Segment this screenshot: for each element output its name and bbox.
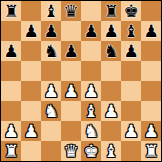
square-e5[interactable] [81,61,101,81]
square-e3[interactable]: ♝ [81,101,101,121]
square-b2[interactable]: ♟ [21,121,41,141]
black-bishop[interactable]: ♝ [43,3,58,20]
white-knight[interactable]: ♞ [83,123,98,140]
square-h3[interactable] [141,101,161,121]
square-f8[interactable]: ♜ [101,1,121,21]
black-pawn[interactable]: ♟ [103,23,118,40]
black-pawn[interactable]: ♟ [3,43,18,60]
square-b6[interactable] [21,41,41,61]
square-a3[interactable] [1,101,21,121]
chess-board: ♜♝♛♜♚♟♟♟♟♝♟♟♞♟♞♟♟♟♟♞♝♟♟♟♞♟♟♜♛♚♝♜ [0,0,162,162]
white-pawn[interactable]: ♟ [3,123,18,140]
square-a5[interactable] [1,61,21,81]
square-h1[interactable]: ♜ [141,141,161,161]
square-g5[interactable] [121,61,141,81]
black-pawn[interactable]: ♟ [63,43,78,60]
white-pawn[interactable]: ♟ [43,83,58,100]
white-knight[interactable]: ♞ [43,103,58,120]
square-d4[interactable]: ♟ [61,81,81,101]
square-g4[interactable] [121,81,141,101]
square-g6[interactable]: ♟ [121,41,141,61]
square-g8[interactable]: ♚ [121,1,141,21]
square-g3[interactable] [121,101,141,121]
square-e8[interactable] [81,1,101,21]
square-g2[interactable]: ♟ [121,121,141,141]
square-f2[interactable] [101,121,121,141]
square-h5[interactable] [141,61,161,81]
white-pawn[interactable]: ♟ [23,123,38,140]
white-queen[interactable]: ♛ [63,143,78,160]
square-d7[interactable] [61,21,81,41]
square-c8[interactable]: ♝ [41,1,61,21]
black-rook[interactable]: ♜ [103,3,118,20]
square-e6[interactable] [81,41,101,61]
square-b8[interactable] [21,1,41,21]
square-a6[interactable]: ♟ [1,41,21,61]
square-a2[interactable]: ♟ [1,121,21,141]
square-d6[interactable]: ♟ [61,41,81,61]
square-b1[interactable] [21,141,41,161]
square-a7[interactable] [1,21,21,41]
white-pawn[interactable]: ♟ [123,123,138,140]
white-pawn[interactable]: ♟ [103,103,118,120]
black-pawn[interactable]: ♟ [123,43,138,60]
white-rook[interactable]: ♜ [143,143,158,160]
square-d8[interactable]: ♛ [61,1,81,21]
white-pawn[interactable]: ♟ [63,83,78,100]
square-h6[interactable] [141,41,161,61]
square-f3[interactable]: ♟ [101,101,121,121]
black-pawn[interactable]: ♟ [23,23,38,40]
square-h4[interactable] [141,81,161,101]
square-c4[interactable]: ♟ [41,81,61,101]
square-e2[interactable]: ♞ [81,121,101,141]
square-f7[interactable]: ♟ [101,21,121,41]
square-c7[interactable]: ♟ [41,21,61,41]
white-pawn[interactable]: ♟ [83,83,98,100]
square-b7[interactable]: ♟ [21,21,41,41]
square-h7[interactable]: ♟ [141,21,161,41]
square-d2[interactable] [61,121,81,141]
square-h8[interactable] [141,1,161,21]
square-a4[interactable] [1,81,21,101]
square-c5[interactable] [41,61,61,81]
square-a1[interactable]: ♜ [1,141,21,161]
white-bishop[interactable]: ♝ [83,103,98,120]
square-f4[interactable] [101,81,121,101]
black-king[interactable]: ♚ [123,3,138,20]
black-bishop[interactable]: ♝ [123,23,138,40]
square-d3[interactable] [61,101,81,121]
square-d5[interactable] [61,61,81,81]
white-pawn[interactable]: ♟ [143,123,158,140]
square-f5[interactable] [101,61,121,81]
square-f1[interactable]: ♝ [101,141,121,161]
square-c1[interactable] [41,141,61,161]
white-king[interactable]: ♚ [83,143,98,160]
square-g1[interactable] [121,141,141,161]
square-c2[interactable] [41,121,61,141]
square-b4[interactable] [21,81,41,101]
black-pawn[interactable]: ♟ [143,23,158,40]
square-c6[interactable]: ♞ [41,41,61,61]
black-pawn[interactable]: ♟ [43,23,58,40]
black-knight[interactable]: ♞ [103,43,118,60]
square-h2[interactable]: ♟ [141,121,161,141]
black-queen[interactable]: ♛ [63,3,78,20]
square-f6[interactable]: ♞ [101,41,121,61]
white-rook[interactable]: ♜ [3,143,18,160]
black-rook[interactable]: ♜ [3,3,18,20]
black-pawn[interactable]: ♟ [83,23,98,40]
square-b5[interactable] [21,61,41,81]
square-a8[interactable]: ♜ [1,1,21,21]
square-g7[interactable]: ♝ [121,21,141,41]
square-d1[interactable]: ♛ [61,141,81,161]
square-e7[interactable]: ♟ [81,21,101,41]
square-e1[interactable]: ♚ [81,141,101,161]
square-e4[interactable]: ♟ [81,81,101,101]
square-c3[interactable]: ♞ [41,101,61,121]
white-bishop[interactable]: ♝ [103,143,118,160]
square-b3[interactable] [21,101,41,121]
black-knight[interactable]: ♞ [43,43,58,60]
